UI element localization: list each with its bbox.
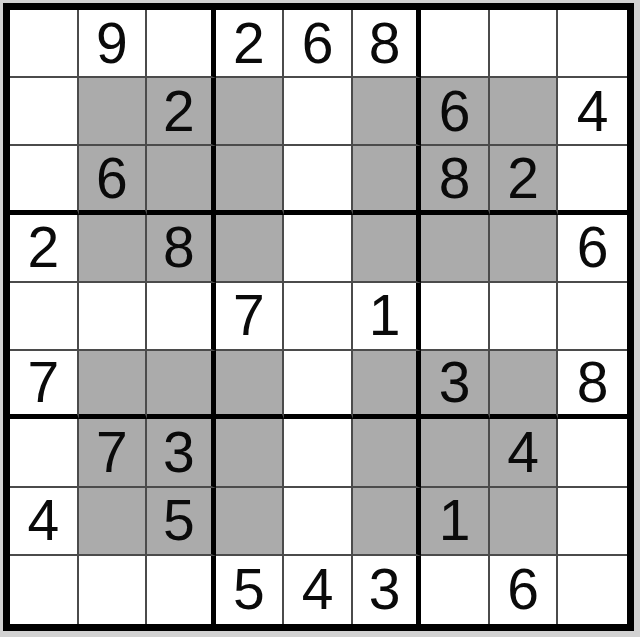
cell-r3c6[interactable] <box>353 146 422 214</box>
cell-r5c8[interactable] <box>490 283 559 351</box>
cell-r2c3[interactable]: 2 <box>147 78 216 146</box>
given-digit: 8 <box>369 15 401 72</box>
cell-r8c9[interactable] <box>558 488 627 556</box>
cell-r8c5[interactable] <box>284 488 353 556</box>
given-digit: 2 <box>163 83 195 140</box>
cell-r7c1[interactable] <box>10 419 79 487</box>
given-digit: 8 <box>577 354 609 411</box>
given-digit: 4 <box>507 424 539 481</box>
given-digit: 8 <box>439 150 471 207</box>
given-digit: 6 <box>439 83 471 140</box>
given-digit: 3 <box>163 424 195 481</box>
cell-r5c7[interactable] <box>421 283 490 351</box>
cell-r9c6[interactable]: 3 <box>353 556 422 624</box>
given-digit: 7 <box>96 424 128 481</box>
cell-r6c9[interactable]: 8 <box>558 351 627 419</box>
cell-r6c6[interactable] <box>353 351 422 419</box>
cell-r6c7[interactable]: 3 <box>421 351 490 419</box>
cell-r1c3[interactable] <box>147 10 216 78</box>
cell-r1c2[interactable]: 9 <box>79 10 148 78</box>
given-digit: 1 <box>439 492 471 549</box>
given-digit: 3 <box>369 561 401 618</box>
cell-r5c3[interactable] <box>147 283 216 351</box>
given-digit: 4 <box>302 561 334 618</box>
cell-r1c4[interactable]: 2 <box>216 10 285 78</box>
sudoku-board: 9268264682286717387344515436 <box>3 3 634 631</box>
given-digit: 2 <box>507 150 539 207</box>
given-digit: 9 <box>96 15 128 72</box>
cell-r4c4[interactable] <box>216 215 285 283</box>
cell-r8c7[interactable]: 1 <box>421 488 490 556</box>
cell-r9c1[interactable] <box>10 556 79 624</box>
cell-r7c2[interactable]: 7 <box>79 419 148 487</box>
given-digit: 6 <box>507 561 539 618</box>
given-digit: 7 <box>27 354 59 411</box>
cell-r1c9[interactable] <box>558 10 627 78</box>
cell-r4c3[interactable]: 8 <box>147 215 216 283</box>
cell-r8c4[interactable] <box>216 488 285 556</box>
cell-r3c2[interactable]: 6 <box>79 146 148 214</box>
cell-r9c2[interactable] <box>79 556 148 624</box>
cell-r2c2[interactable] <box>79 78 148 146</box>
given-digit: 8 <box>163 219 195 276</box>
given-digit: 3 <box>439 354 471 411</box>
cell-r5c1[interactable] <box>10 283 79 351</box>
cell-r4c9[interactable]: 6 <box>558 215 627 283</box>
cell-r8c2[interactable] <box>79 488 148 556</box>
cell-r8c3[interactable]: 5 <box>147 488 216 556</box>
cell-r4c6[interactable] <box>353 215 422 283</box>
cell-r7c4[interactable] <box>216 419 285 487</box>
cell-r7c6[interactable] <box>353 419 422 487</box>
cell-r1c1[interactable] <box>10 10 79 78</box>
given-digit: 6 <box>96 150 128 207</box>
cell-r4c1[interactable]: 2 <box>10 215 79 283</box>
cell-r9c3[interactable] <box>147 556 216 624</box>
cell-r3c9[interactable] <box>558 146 627 214</box>
cell-r8c6[interactable] <box>353 488 422 556</box>
cell-r2c1[interactable] <box>10 78 79 146</box>
cell-r9c8[interactable]: 6 <box>490 556 559 624</box>
cell-r6c2[interactable] <box>79 351 148 419</box>
cell-r4c5[interactable] <box>284 215 353 283</box>
cell-r8c1[interactable]: 4 <box>10 488 79 556</box>
cell-r3c1[interactable] <box>10 146 79 214</box>
cell-r1c6[interactable]: 8 <box>353 10 422 78</box>
cell-r2c4[interactable] <box>216 78 285 146</box>
cell-r3c8[interactable]: 2 <box>490 146 559 214</box>
cell-r1c5[interactable]: 6 <box>284 10 353 78</box>
cell-r3c7[interactable]: 8 <box>421 146 490 214</box>
given-digit: 6 <box>577 219 609 276</box>
cell-r1c8[interactable] <box>490 10 559 78</box>
cell-r4c8[interactable] <box>490 215 559 283</box>
cell-r5c9[interactable] <box>558 283 627 351</box>
cell-r7c3[interactable]: 3 <box>147 419 216 487</box>
given-digit: 2 <box>233 15 265 72</box>
cell-r3c5[interactable] <box>284 146 353 214</box>
cell-r2c9[interactable]: 4 <box>558 78 627 146</box>
given-digit: 5 <box>233 561 265 618</box>
cell-r9c7[interactable] <box>421 556 490 624</box>
cell-r2c8[interactable] <box>490 78 559 146</box>
cell-r2c6[interactable] <box>353 78 422 146</box>
cell-r5c5[interactable] <box>284 283 353 351</box>
cell-r9c4[interactable]: 5 <box>216 556 285 624</box>
cell-r9c9[interactable] <box>558 556 627 624</box>
cell-r2c5[interactable] <box>284 78 353 146</box>
cell-r6c1[interactable]: 7 <box>10 351 79 419</box>
cell-r9c5[interactable]: 4 <box>284 556 353 624</box>
cell-r8c8[interactable] <box>490 488 559 556</box>
cell-r1c7[interactable] <box>421 10 490 78</box>
cell-r5c2[interactable] <box>79 283 148 351</box>
cell-r3c3[interactable] <box>147 146 216 214</box>
given-digit: 1 <box>369 287 401 344</box>
given-digit: 5 <box>163 492 195 549</box>
given-digit: 6 <box>302 15 334 72</box>
cell-r7c9[interactable] <box>558 419 627 487</box>
cell-r3c4[interactable] <box>216 146 285 214</box>
cell-r6c8[interactable] <box>490 351 559 419</box>
cell-r4c7[interactable] <box>421 215 490 283</box>
cell-r7c7[interactable] <box>421 419 490 487</box>
cell-r6c3[interactable] <box>147 351 216 419</box>
cell-r4c2[interactable] <box>79 215 148 283</box>
given-digit: 2 <box>27 219 59 276</box>
cell-r6c4[interactable] <box>216 351 285 419</box>
given-digit: 4 <box>27 492 59 549</box>
cell-r5c4[interactable]: 7 <box>216 283 285 351</box>
given-digit: 7 <box>233 287 265 344</box>
cell-r7c5[interactable] <box>284 419 353 487</box>
cell-r6c5[interactable] <box>284 351 353 419</box>
cell-r2c7[interactable]: 6 <box>421 78 490 146</box>
given-digit: 4 <box>577 83 609 140</box>
cell-r7c8[interactable]: 4 <box>490 419 559 487</box>
cell-r5c6[interactable]: 1 <box>353 283 422 351</box>
